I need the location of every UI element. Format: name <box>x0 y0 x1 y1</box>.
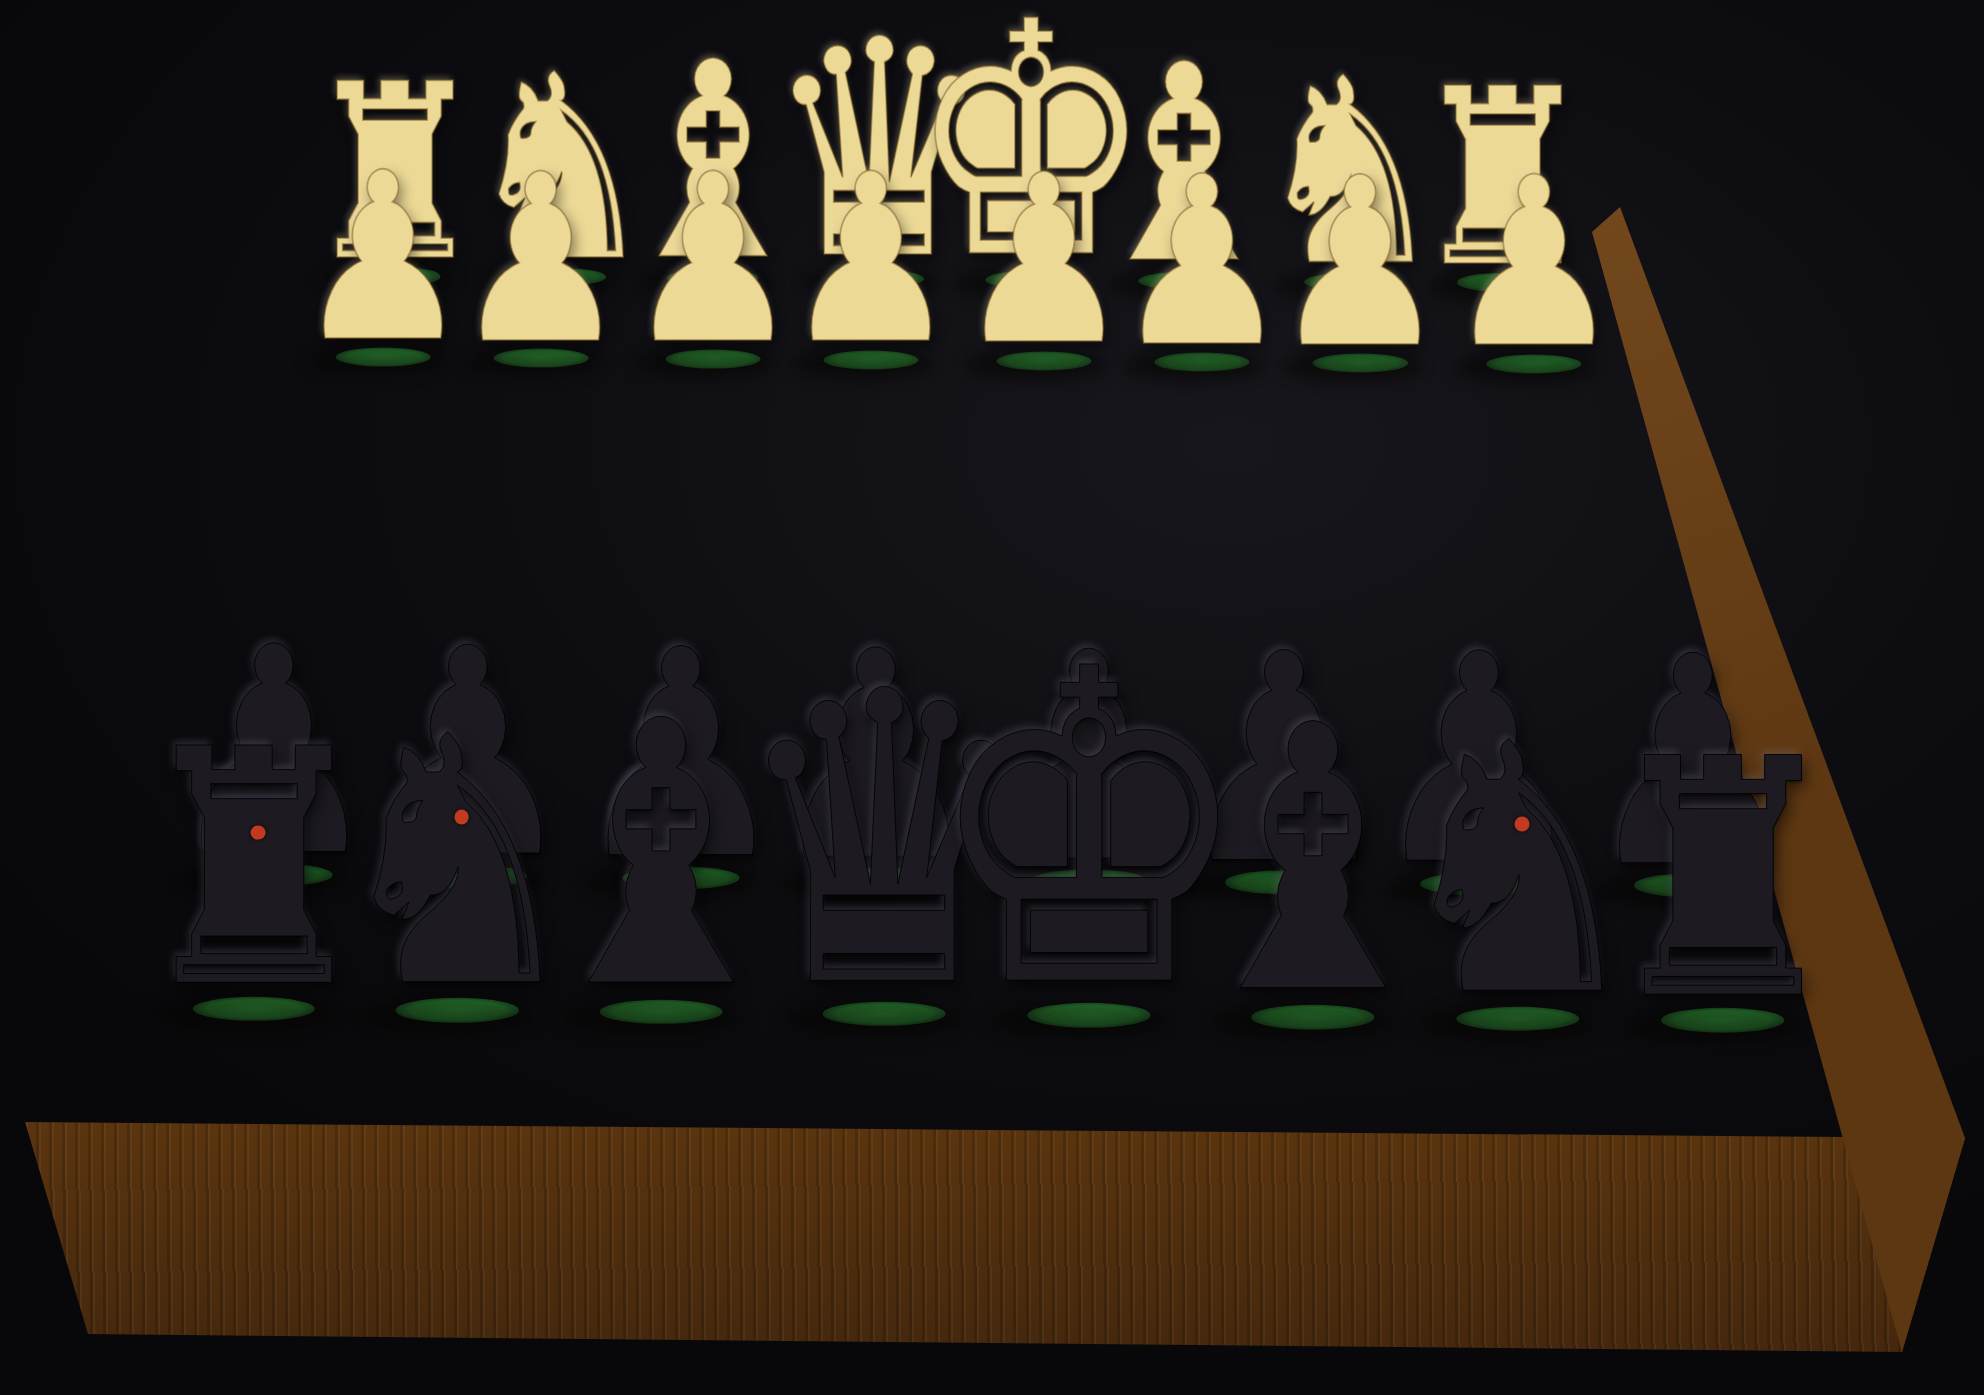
white-pawn[interactable]: ♟ <box>1271 147 1449 380</box>
white-pawn[interactable]: ♟ <box>295 143 472 375</box>
black-rook[interactable]: ♜ <box>1598 716 1848 1044</box>
photo-scene: Bobby Fischer ♜♞♝♛♚♝♞♜♟♟♟♟♟♟♟♟♟♟♟♟♟♟♟♟♜♞… <box>0 0 1984 1395</box>
white-pawn[interactable]: ♟ <box>955 146 1132 379</box>
white-pawn[interactable]: ♟ <box>782 145 959 378</box>
white-pawn[interactable]: ♟ <box>452 143 629 375</box>
white-pawn[interactable]: ♟ <box>1113 146 1291 379</box>
white-pawn[interactable]: ♟ <box>625 144 802 376</box>
pieces-layer: ♜♞♝♛♚♝♞♜♟♟♟♟♟♟♟♟♟♟♟♟♟♟♟♟♜♞♝♛♚♝♞♜ <box>0 0 1984 1395</box>
white-pawn[interactable]: ♟ <box>1445 148 1623 382</box>
